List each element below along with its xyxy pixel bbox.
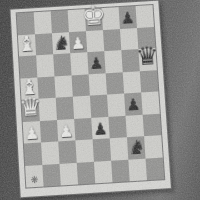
- black-pawn[interactable]: ♟: [120, 10, 135, 27]
- board-square-c1[interactable]: [59, 162, 78, 185]
- board-square-f1[interactable]: [111, 159, 130, 182]
- board-square-c6[interactable]: [53, 53, 71, 76]
- board-square-h3[interactable]: [143, 113, 162, 136]
- border-print-text: ·|··|·|··: [9, 76, 14, 93]
- white-pawn[interactable]: ♟: [70, 35, 85, 52]
- board-square-g1[interactable]: [128, 158, 147, 181]
- black-pawn[interactable]: ♟: [89, 55, 104, 72]
- board-square-d2[interactable]: [75, 139, 94, 162]
- board-square-b6[interactable]: [36, 54, 54, 77]
- white-bishop[interactable]: ♝: [17, 33, 37, 55]
- board-emblem: ❋: [30, 175, 38, 185]
- black-knight[interactable]: ♞: [52, 33, 70, 53]
- board-square-c2[interactable]: [58, 140, 76, 163]
- board-square-h1[interactable]: [146, 157, 165, 180]
- board-square-b3[interactable]: [40, 120, 58, 143]
- board-square-f2[interactable]: [110, 137, 129, 160]
- board-square-h5[interactable]: [140, 70, 159, 93]
- board-square-c8[interactable]: [51, 10, 69, 33]
- board-square-f7[interactable]: [103, 29, 121, 52]
- board-square-h2[interactable]: [144, 135, 163, 158]
- black-pawn[interactable]: ♟: [126, 97, 142, 114]
- board-square-g3[interactable]: [125, 114, 144, 137]
- chess-board: ❋ ♚♟♝♞♟♛♟♝♛♟♟♟♟♞ ·|··|·|··: [9, 0, 170, 195]
- board-square-d4[interactable]: [73, 96, 91, 119]
- board-square-e5[interactable]: [89, 73, 107, 96]
- board-square-f5[interactable]: [106, 72, 124, 95]
- board-square-a2[interactable]: [24, 142, 42, 165]
- board-square-e7[interactable]: [86, 30, 104, 53]
- black-pawn[interactable]: ♟: [93, 121, 108, 138]
- board-square-f3[interactable]: [108, 115, 127, 138]
- black-knight[interactable]: ♞: [127, 137, 145, 157]
- board-square-g5[interactable]: [123, 71, 141, 94]
- white-pawn[interactable]: ♟: [24, 125, 39, 142]
- board-square-c5[interactable]: [54, 75, 72, 98]
- board-square-b1[interactable]: [42, 163, 60, 186]
- white-pawn[interactable]: ♟: [59, 123, 74, 140]
- board-square-b8[interactable]: [34, 11, 52, 34]
- board-square-d1[interactable]: [77, 161, 96, 184]
- white-king[interactable]: ♚: [81, 1, 107, 29]
- board-square-d6[interactable]: [70, 52, 88, 75]
- board-square-d5[interactable]: [71, 74, 89, 97]
- board-square-b2[interactable]: [41, 141, 59, 164]
- board-square-e2[interactable]: [93, 138, 112, 161]
- white-queen[interactable]: ♛: [18, 94, 42, 121]
- board-square-c4[interactable]: [56, 97, 74, 120]
- photo-background: ❋ ♚♟♝♞♟♛♟♝♛♟♟♟♟♞ ·|··|·|··: [0, 0, 200, 200]
- board-square-d3[interactable]: [74, 117, 92, 140]
- board-square-h8[interactable]: [136, 5, 154, 28]
- board-square-e1[interactable]: [94, 160, 113, 183]
- board-border: ❋ ♚♟♝♞♟♛♟♝♛♟♟♟♟♞ ·|··|·|··: [9, 0, 172, 198]
- board-square-e4[interactable]: [90, 95, 108, 118]
- black-queen[interactable]: ♛: [135, 43, 159, 70]
- board-square-b7[interactable]: [35, 33, 53, 56]
- chess-board-grid: ❋ ♚♟♝♞♟♛♟♝♛♟♟♟♟♞: [17, 5, 164, 188]
- board-square-h4[interactable]: [141, 91, 160, 114]
- board-square-f6[interactable]: [104, 50, 122, 73]
- board-square-f4[interactable]: [107, 94, 126, 117]
